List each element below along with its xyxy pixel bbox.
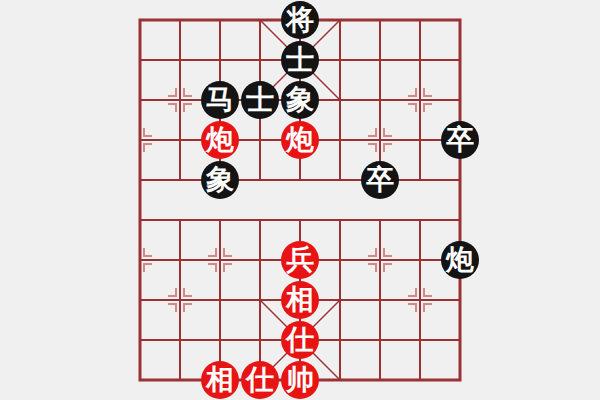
red-soldier[interactable]: 兵 <box>281 241 319 279</box>
black-cannon[interactable]: 炮 <box>441 241 479 279</box>
black-soldier[interactable]: 卒 <box>441 121 479 159</box>
board-intersections[interactable]: 将士马士象炮炮卒象卒兵炮相仕相仕帅 <box>120 0 480 400</box>
xiangqi-board: 将士马士象炮炮卒象卒兵炮相仕相仕帅 <box>0 0 600 400</box>
red-advisor[interactable]: 仕 <box>281 321 319 359</box>
black-general[interactable]: 将 <box>281 1 319 39</box>
black-horse[interactable]: 马 <box>201 81 239 119</box>
red-general[interactable]: 帅 <box>281 361 319 399</box>
red-elephant[interactable]: 相 <box>281 281 319 319</box>
red-elephant[interactable]: 相 <box>201 361 239 399</box>
black-soldier[interactable]: 卒 <box>361 161 399 199</box>
red-advisor[interactable]: 仕 <box>241 361 279 399</box>
black-elephant[interactable]: 象 <box>281 81 319 119</box>
black-elephant[interactable]: 象 <box>201 161 239 199</box>
red-cannon[interactable]: 炮 <box>201 121 239 159</box>
black-advisor[interactable]: 士 <box>241 81 279 119</box>
red-cannon[interactable]: 炮 <box>281 121 319 159</box>
black-advisor[interactable]: 士 <box>281 41 319 79</box>
